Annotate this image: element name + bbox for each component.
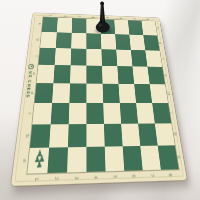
square-r2c4 [86,33,101,49]
square-r4c4 [86,66,102,84]
square-r7c3 [68,124,87,147]
square-r8c5 [105,146,125,171]
square-r2c5 [101,34,116,50]
square-r7c2 [49,124,69,147]
square-r5c1 [35,83,54,103]
square-r1c2 [57,18,72,33]
board-grid: ♟♟♟♟ [27,17,178,173]
square-r3c5 [101,49,117,66]
square-r6c1 [32,103,52,125]
square-r2c6 [115,34,131,50]
square-r4c5 [102,66,119,84]
square-r8c8 [158,145,179,169]
square-r5c5 [103,84,120,103]
square-r5c6 [119,84,137,103]
square-r6c6 [120,103,138,124]
square-r6c5 [103,103,121,124]
square-r4c2 [53,65,70,83]
chessboard: ♟♟♟♟ 12345678 12345678 hgfedcba hgfedcba… [11,13,187,186]
corner-pawn-emblem: ♟♟♟♟ [33,152,43,169]
square-r3c4 [86,49,102,66]
square-r5c4 [86,84,103,103]
square-r8c3 [67,147,86,173]
square-r1c8 [141,21,157,36]
square-r8c1: ♟♟♟♟ [27,148,49,174]
square-r1c6 [114,20,129,35]
square-r8c4 [86,147,105,172]
square-r7c6 [121,124,140,147]
square-r4c6 [117,66,134,84]
square-r6c8 [152,103,171,123]
square-r3c3 [71,48,87,65]
square-r5c2 [52,83,70,103]
square-r3c8 [145,50,162,67]
square-r5c3 [69,83,86,103]
square-r1c3 [72,18,87,33]
black-pawn-piece [92,1,114,34]
square-r6c4 [86,103,104,124]
square-r7c1 [30,124,51,148]
square-r8c2 [47,147,68,173]
square-r7c5 [104,124,123,147]
square-r7c8 [155,123,175,145]
square-r2c8 [143,35,159,51]
square-r5c8 [150,84,168,103]
square-r6c3 [69,103,87,124]
square-r7c4 [86,124,104,147]
square-r1c1 [42,17,58,32]
photo-background: ♟♟♟♟ 12345678 12345678 hgfedcba hgfedcba… [0,0,200,200]
square-r6c2 [51,103,70,124]
brand-label: US CHESS [25,71,33,98]
square-r3c6 [116,50,132,67]
chessboard-perspective-wrap: ♟♟♟♟ 12345678 12345678 hgfedcba hgfedcba… [11,13,187,186]
square-r4c8 [147,67,165,85]
square-r3c1 [38,48,55,65]
square-r2c2 [56,32,72,48]
knight-circle-icon: ♞ [29,64,35,70]
square-r2c3 [71,33,86,49]
square-r4c1 [37,65,55,84]
square-r3c2 [55,48,72,65]
square-r4c3 [70,65,86,83]
square-r2c1 [40,32,57,48]
